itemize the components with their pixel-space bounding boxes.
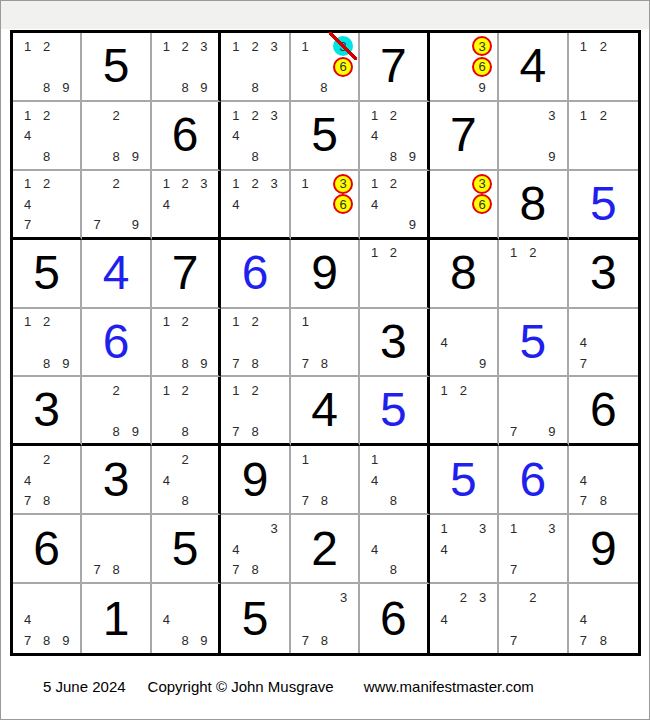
pencil-marks: 178 bbox=[291, 309, 358, 376]
candidate-3: 3 bbox=[548, 522, 555, 535]
pencil-marks: 1368 bbox=[291, 33, 358, 100]
cell-r1c5[interactable]: 1368 bbox=[291, 33, 360, 102]
cell-r9c7[interactable]: 234 bbox=[430, 584, 499, 653]
pencil-marks: 4789 bbox=[13, 584, 80, 653]
cell-r5c1[interactable]: 1289 bbox=[13, 309, 82, 378]
pencil-marks: 489 bbox=[152, 584, 218, 653]
given-digit: 2 bbox=[291, 515, 358, 582]
given-digit: 8 bbox=[499, 171, 566, 237]
candidate-8: 8 bbox=[43, 634, 50, 647]
candidate-8: 8 bbox=[43, 494, 50, 507]
candidate-4: 4 bbox=[441, 543, 448, 556]
cell-r2c6[interactable]: 12489 bbox=[360, 102, 429, 171]
given-digit: 8 bbox=[430, 240, 497, 307]
candidate-4: 4 bbox=[371, 198, 378, 211]
candidate-7: 7 bbox=[580, 494, 587, 507]
candidate-3: 3 bbox=[340, 591, 347, 604]
candidate-3: 3 bbox=[271, 177, 278, 190]
cell-r1c3[interactable]: 12389 bbox=[152, 33, 221, 102]
cell-r2c3[interactable]: 6 bbox=[152, 102, 221, 171]
candidate-9: 9 bbox=[478, 81, 485, 94]
candidate-4: 4 bbox=[580, 474, 587, 487]
cell-r5c4[interactable]: 1278 bbox=[221, 309, 290, 378]
candidate-9: 9 bbox=[62, 634, 69, 647]
candidate-4: 4 bbox=[24, 198, 31, 211]
candidate-1: 1 bbox=[24, 315, 31, 328]
pencil-marks: 369 bbox=[430, 33, 497, 100]
solved-digit: 5 bbox=[360, 377, 426, 443]
pencil-marks: 137 bbox=[499, 515, 566, 582]
given-digit: 5 bbox=[82, 33, 149, 100]
candidate-3: 3 bbox=[200, 40, 207, 53]
solved-digit: 6 bbox=[82, 309, 149, 376]
given-digit: 4 bbox=[499, 33, 566, 100]
candidate-2: 2 bbox=[113, 384, 120, 397]
top-band bbox=[1, 1, 649, 29]
given-digit: 3 bbox=[82, 446, 149, 513]
candidate-1: 1 bbox=[232, 177, 239, 190]
solved-digit: 5 bbox=[430, 446, 497, 513]
cell-r2c4[interactable]: 12348 bbox=[221, 102, 290, 171]
candidate-4: 4 bbox=[371, 474, 378, 487]
candidate-4: 4 bbox=[232, 129, 239, 142]
candidate-1: 1 bbox=[371, 453, 378, 466]
cell-r8c5[interactable]: 2 bbox=[291, 515, 360, 584]
candidate-8: 8 bbox=[251, 357, 258, 370]
pencil-marks: 248 bbox=[152, 446, 218, 513]
candidate-1: 1 bbox=[302, 40, 309, 53]
pencil-marks: 12389 bbox=[152, 33, 218, 100]
pencil-marks: 79 bbox=[499, 377, 566, 443]
cell-r6c6[interactable]: 5 bbox=[360, 377, 429, 446]
cell-r9c5[interactable]: 378 bbox=[291, 584, 360, 653]
candidate-2: 2 bbox=[43, 177, 50, 190]
candidate-7: 7 bbox=[510, 563, 517, 576]
cell-r3c1[interactable]: 1247 bbox=[13, 171, 82, 240]
solved-digit: 6 bbox=[221, 240, 288, 307]
page: 1289512389123813687369412124828961234851… bbox=[0, 0, 650, 720]
cell-r6c7[interactable]: 12 bbox=[430, 377, 499, 446]
footer: 5 June 2024 Copyright © John Musgrave ww… bbox=[43, 678, 534, 695]
pencil-marks: 148 bbox=[360, 446, 426, 513]
candidate-9: 9 bbox=[132, 425, 139, 438]
candidate-2: 2 bbox=[251, 384, 258, 397]
candidate-7: 7 bbox=[232, 357, 239, 370]
cell-r7c6[interactable]: 148 bbox=[360, 446, 429, 515]
candidate-1: 1 bbox=[371, 177, 378, 190]
cell-r8c9[interactable]: 9 bbox=[569, 515, 638, 584]
candidate-7: 7 bbox=[510, 634, 517, 647]
cell-r9c1[interactable]: 4789 bbox=[13, 584, 82, 653]
candidate-7: 7 bbox=[24, 218, 31, 231]
cell-r6c9[interactable]: 6 bbox=[569, 377, 638, 446]
cell-r4c7[interactable]: 8 bbox=[430, 240, 499, 309]
given-digit: 9 bbox=[221, 446, 288, 513]
candidate-8: 8 bbox=[321, 357, 328, 370]
cell-r3c3[interactable]: 1234 bbox=[152, 171, 221, 240]
candidate-3: 3 bbox=[271, 109, 278, 122]
cell-r3c2[interactable]: 279 bbox=[82, 171, 151, 240]
cell-r6c8[interactable]: 79 bbox=[499, 377, 568, 446]
cell-r2c8[interactable]: 39 bbox=[499, 102, 568, 171]
candidate-3-highlighted-cyan: 3 bbox=[333, 36, 353, 56]
pencil-marks: 1249 bbox=[360, 171, 426, 237]
pencil-marks: 12 bbox=[569, 33, 638, 100]
given-digit: 6 bbox=[569, 377, 638, 443]
candidate-4: 4 bbox=[371, 129, 378, 142]
candidate-7: 7 bbox=[302, 357, 309, 370]
pencil-marks: 234 bbox=[430, 584, 497, 653]
cell-r8c1[interactable]: 6 bbox=[13, 515, 82, 584]
candidate-1: 1 bbox=[163, 315, 170, 328]
candidate-3: 3 bbox=[200, 177, 207, 190]
cell-r9c8[interactable]: 27 bbox=[499, 584, 568, 653]
candidate-1: 1 bbox=[441, 522, 448, 535]
pencil-marks: 2478 bbox=[13, 446, 80, 513]
candidate-9: 9 bbox=[409, 218, 416, 231]
candidate-7: 7 bbox=[510, 425, 517, 438]
pencil-marks: 128 bbox=[152, 377, 218, 443]
candidate-9: 9 bbox=[62, 81, 69, 94]
candidate-2: 2 bbox=[390, 109, 397, 122]
candidate-4: 4 bbox=[232, 198, 239, 211]
pencil-marks: 1289 bbox=[13, 33, 80, 100]
solved-digit: 6 bbox=[499, 446, 566, 513]
candidate-1: 1 bbox=[371, 246, 378, 259]
candidate-8: 8 bbox=[43, 150, 50, 163]
given-digit: 9 bbox=[291, 240, 358, 307]
pencil-marks: 1247 bbox=[13, 171, 80, 237]
candidate-1: 1 bbox=[302, 177, 309, 190]
candidate-1: 1 bbox=[580, 109, 587, 122]
candidate-7: 7 bbox=[580, 634, 587, 647]
cell-r2c7[interactable]: 7 bbox=[430, 102, 499, 171]
cell-r4c8[interactable]: 12 bbox=[499, 240, 568, 309]
cell-r7c4[interactable]: 9 bbox=[221, 446, 290, 515]
cell-r3c9[interactable]: 5 bbox=[569, 171, 638, 240]
pencil-marks: 12 bbox=[360, 240, 426, 307]
cell-r9c6[interactable]: 6 bbox=[360, 584, 429, 653]
candidate-7: 7 bbox=[24, 494, 31, 507]
cell-r3c6[interactable]: 1249 bbox=[360, 171, 429, 240]
candidate-2: 2 bbox=[43, 453, 50, 466]
pencil-marks: 1289 bbox=[152, 309, 218, 376]
footer-website-link[interactable]: www.manifestmaster.com bbox=[364, 678, 534, 695]
given-digit: 5 bbox=[13, 240, 80, 307]
candidate-1: 1 bbox=[163, 177, 170, 190]
candidate-4: 4 bbox=[580, 336, 587, 349]
candidate-8: 8 bbox=[320, 81, 327, 94]
candidate-9: 9 bbox=[479, 357, 486, 370]
candidate-4: 4 bbox=[24, 129, 31, 142]
footer-copyright: Copyright © John Musgrave bbox=[148, 678, 334, 695]
candidate-3: 3 bbox=[271, 522, 278, 535]
candidate-8: 8 bbox=[390, 563, 397, 576]
candidate-6-highlighted-yellow: 6 bbox=[333, 194, 353, 214]
cell-r4c2[interactable]: 4 bbox=[82, 240, 151, 309]
candidate-8: 8 bbox=[113, 425, 120, 438]
cell-r7c2[interactable]: 3 bbox=[82, 446, 151, 515]
cell-r7c9[interactable]: 478 bbox=[569, 446, 638, 515]
candidate-1: 1 bbox=[232, 40, 239, 53]
cell-r3c5[interactable]: 136 bbox=[291, 171, 360, 240]
candidate-7: 7 bbox=[24, 634, 31, 647]
candidate-7: 7 bbox=[302, 634, 309, 647]
cell-r1c7[interactable]: 369 bbox=[430, 33, 499, 102]
pencil-marks: 1289 bbox=[13, 309, 80, 376]
candidate-2: 2 bbox=[529, 246, 536, 259]
cell-r5c7[interactable]: 49 bbox=[430, 309, 499, 378]
candidate-6-highlighted-yellow: 6 bbox=[472, 57, 492, 77]
pencil-marks: 378 bbox=[291, 584, 358, 653]
candidate-1: 1 bbox=[24, 177, 31, 190]
pencil-marks: 478 bbox=[569, 446, 638, 513]
solved-digit: 4 bbox=[82, 240, 149, 307]
cell-r7c5[interactable]: 178 bbox=[291, 446, 360, 515]
cell-r4c6[interactable]: 12 bbox=[360, 240, 429, 309]
cell-r7c3[interactable]: 248 bbox=[152, 446, 221, 515]
candidate-8: 8 bbox=[390, 150, 397, 163]
given-digit: 3 bbox=[13, 377, 80, 443]
candidate-1: 1 bbox=[510, 246, 517, 259]
pencil-marks: 39 bbox=[499, 102, 566, 169]
candidate-3-highlighted-yellow: 3 bbox=[472, 36, 492, 56]
cell-r9c2[interactable]: 1 bbox=[82, 584, 151, 653]
cell-r6c1[interactable]: 3 bbox=[13, 377, 82, 446]
candidate-3-highlighted-yellow: 3 bbox=[333, 174, 353, 194]
candidate-8: 8 bbox=[390, 494, 397, 507]
candidate-2: 2 bbox=[43, 315, 50, 328]
candidate-8: 8 bbox=[251, 81, 258, 94]
candidate-9: 9 bbox=[200, 81, 207, 94]
pencil-marks: 134 bbox=[430, 515, 497, 582]
candidate-8: 8 bbox=[181, 357, 188, 370]
cell-r7c7[interactable]: 5 bbox=[430, 446, 499, 515]
cell-r1c2[interactable]: 5 bbox=[82, 33, 151, 102]
candidate-1: 1 bbox=[24, 109, 31, 122]
cell-r9c3[interactable]: 489 bbox=[152, 584, 221, 653]
pencil-marks: 178 bbox=[291, 446, 358, 513]
candidate-3: 3 bbox=[479, 522, 486, 535]
cell-r2c2[interactable]: 289 bbox=[82, 102, 151, 171]
cell-r2c9[interactable]: 12 bbox=[569, 102, 638, 171]
pencil-marks: 49 bbox=[430, 309, 497, 376]
cell-r6c3[interactable]: 128 bbox=[152, 377, 221, 446]
given-digit: 4 bbox=[291, 377, 358, 443]
candidate-2: 2 bbox=[181, 384, 188, 397]
candidate-3: 3 bbox=[548, 109, 555, 122]
cell-r8c8[interactable]: 137 bbox=[499, 515, 568, 584]
cell-r4c3[interactable]: 7 bbox=[152, 240, 221, 309]
cell-r7c8[interactable]: 6 bbox=[499, 446, 568, 515]
given-digit: 9 bbox=[569, 515, 638, 582]
candidate-2: 2 bbox=[181, 315, 188, 328]
candidate-2: 2 bbox=[390, 246, 397, 259]
candidate-2: 2 bbox=[181, 40, 188, 53]
candidate-3-highlighted-yellow: 3 bbox=[472, 174, 492, 194]
candidate-7: 7 bbox=[232, 425, 239, 438]
pencil-marks: 1278 bbox=[221, 309, 288, 376]
candidate-8: 8 bbox=[113, 563, 120, 576]
cell-r5c9[interactable]: 47 bbox=[569, 309, 638, 378]
cell-r5c6[interactable]: 3 bbox=[360, 309, 429, 378]
candidate-8: 8 bbox=[321, 494, 328, 507]
candidate-1: 1 bbox=[163, 40, 170, 53]
pencil-marks: 1238 bbox=[221, 33, 288, 100]
candidate-1: 1 bbox=[302, 453, 309, 466]
pencil-marks: 1278 bbox=[221, 377, 288, 443]
given-digit: 7 bbox=[152, 240, 218, 307]
cell-r9c9[interactable]: 478 bbox=[569, 584, 638, 653]
pencil-marks: 47 bbox=[569, 309, 638, 376]
footer-date: 5 June 2024 bbox=[43, 678, 126, 695]
cell-r4c4[interactable]: 6 bbox=[221, 240, 290, 309]
cell-r2c1[interactable]: 1248 bbox=[13, 102, 82, 171]
cell-r5c5[interactable]: 178 bbox=[291, 309, 360, 378]
cell-r5c2[interactable]: 6 bbox=[82, 309, 151, 378]
cell-r5c3[interactable]: 1289 bbox=[152, 309, 221, 378]
candidate-1: 1 bbox=[232, 384, 239, 397]
candidate-7: 7 bbox=[580, 357, 587, 370]
candidate-9: 9 bbox=[200, 357, 207, 370]
pencil-marks: 1234 bbox=[152, 171, 218, 237]
candidate-4: 4 bbox=[441, 613, 448, 626]
cell-r3c7[interactable]: 36 bbox=[430, 171, 499, 240]
cell-r1c1[interactable]: 1289 bbox=[13, 33, 82, 102]
candidate-8: 8 bbox=[251, 150, 258, 163]
candidate-2: 2 bbox=[529, 591, 536, 604]
candidate-4: 4 bbox=[163, 198, 170, 211]
candidate-9: 9 bbox=[548, 425, 555, 438]
cell-r1c6[interactable]: 7 bbox=[360, 33, 429, 102]
candidate-8: 8 bbox=[181, 81, 188, 94]
candidate-1: 1 bbox=[302, 315, 309, 328]
pencil-marks: 1234 bbox=[221, 171, 288, 237]
cell-r3c8[interactable]: 8 bbox=[499, 171, 568, 240]
cell-r4c5[interactable]: 9 bbox=[291, 240, 360, 309]
candidate-1: 1 bbox=[163, 384, 170, 397]
candidate-8: 8 bbox=[600, 634, 607, 647]
candidate-1: 1 bbox=[510, 522, 517, 535]
cell-r1c8[interactable]: 4 bbox=[499, 33, 568, 102]
solved-digit: 5 bbox=[569, 171, 638, 237]
pencil-marks: 78 bbox=[82, 515, 149, 582]
pencil-marks: 12 bbox=[499, 240, 566, 307]
given-digit: 7 bbox=[360, 33, 426, 100]
candidate-8: 8 bbox=[43, 81, 50, 94]
pencil-marks: 12348 bbox=[221, 102, 288, 169]
cell-r8c6[interactable]: 48 bbox=[360, 515, 429, 584]
given-digit: 6 bbox=[360, 584, 426, 653]
candidate-2: 2 bbox=[113, 177, 120, 190]
candidate-2: 2 bbox=[251, 315, 258, 328]
candidate-3: 3 bbox=[271, 40, 278, 53]
cell-r9c4[interactable]: 5 bbox=[221, 584, 290, 653]
candidate-4: 4 bbox=[163, 474, 170, 487]
cell-r6c4[interactable]: 1278 bbox=[221, 377, 290, 446]
cell-r4c1[interactable]: 5 bbox=[13, 240, 82, 309]
candidate-7: 7 bbox=[232, 563, 239, 576]
cell-r1c9[interactable]: 12 bbox=[569, 33, 638, 102]
given-digit: 1 bbox=[82, 584, 149, 653]
candidate-9: 9 bbox=[548, 150, 555, 163]
candidate-1: 1 bbox=[24, 40, 31, 53]
given-digit: 7 bbox=[430, 102, 497, 169]
candidate-3: 3 bbox=[479, 591, 486, 604]
cell-r2c5[interactable]: 5 bbox=[291, 102, 360, 171]
cell-r6c2[interactable]: 289 bbox=[82, 377, 151, 446]
candidate-7: 7 bbox=[93, 218, 100, 231]
cell-r8c7[interactable]: 134 bbox=[430, 515, 499, 584]
pencil-marks: 36 bbox=[430, 171, 497, 237]
candidate-4: 4 bbox=[163, 613, 170, 626]
candidate-6-highlighted-yellow: 6 bbox=[333, 57, 353, 77]
cell-r3c4[interactable]: 1234 bbox=[221, 171, 290, 240]
candidate-8: 8 bbox=[181, 494, 188, 507]
candidate-9: 9 bbox=[132, 150, 139, 163]
pencil-marks: 1248 bbox=[13, 102, 80, 169]
cell-r8c2[interactable]: 78 bbox=[82, 515, 151, 584]
candidate-8: 8 bbox=[251, 425, 258, 438]
given-digit: 5 bbox=[221, 584, 288, 653]
candidate-2: 2 bbox=[390, 177, 397, 190]
given-digit: 5 bbox=[152, 515, 218, 582]
cell-r8c4[interactable]: 3478 bbox=[221, 515, 290, 584]
candidate-1: 1 bbox=[580, 40, 587, 53]
candidate-4: 4 bbox=[441, 336, 448, 349]
candidate-1: 1 bbox=[232, 315, 239, 328]
given-digit: 3 bbox=[569, 240, 638, 307]
candidate-9: 9 bbox=[62, 357, 69, 370]
candidate-4: 4 bbox=[24, 613, 31, 626]
candidate-2: 2 bbox=[43, 40, 50, 53]
candidate-9: 9 bbox=[132, 218, 139, 231]
pencil-marks: 289 bbox=[82, 377, 149, 443]
candidate-2: 2 bbox=[460, 384, 467, 397]
candidate-2: 2 bbox=[251, 40, 258, 53]
candidate-4: 4 bbox=[371, 543, 378, 556]
sudoku-grid: 1289512389123813687369412124828961234851… bbox=[10, 30, 641, 656]
cell-r6c5[interactable]: 4 bbox=[291, 377, 360, 446]
pencil-marks: 3478 bbox=[221, 515, 288, 582]
candidate-1: 1 bbox=[232, 109, 239, 122]
candidate-1: 1 bbox=[371, 109, 378, 122]
candidate-8: 8 bbox=[251, 563, 258, 576]
given-digit: 5 bbox=[291, 102, 358, 169]
candidate-7: 7 bbox=[93, 563, 100, 576]
candidate-4: 4 bbox=[580, 613, 587, 626]
cell-r4c9[interactable]: 3 bbox=[569, 240, 638, 309]
given-digit: 6 bbox=[13, 515, 80, 582]
candidate-9: 9 bbox=[200, 634, 207, 647]
pencil-marks: 12 bbox=[569, 102, 638, 169]
cell-r7c1[interactable]: 2478 bbox=[13, 446, 82, 515]
candidate-2: 2 bbox=[181, 177, 188, 190]
cell-r5c8[interactable]: 5 bbox=[499, 309, 568, 378]
pencil-marks: 12 bbox=[430, 377, 497, 443]
pencil-marks: 289 bbox=[82, 102, 149, 169]
pencil-marks: 48 bbox=[360, 515, 426, 582]
candidate-1: 1 bbox=[441, 384, 448, 397]
candidate-2: 2 bbox=[251, 109, 258, 122]
candidate-2: 2 bbox=[113, 109, 120, 122]
candidate-2: 2 bbox=[460, 591, 467, 604]
pencil-marks: 478 bbox=[569, 584, 638, 653]
pencil-marks: 12489 bbox=[360, 102, 426, 169]
cell-r1c4[interactable]: 1238 bbox=[221, 33, 290, 102]
cell-r8c3[interactable]: 5 bbox=[152, 515, 221, 584]
candidate-7: 7 bbox=[302, 494, 309, 507]
